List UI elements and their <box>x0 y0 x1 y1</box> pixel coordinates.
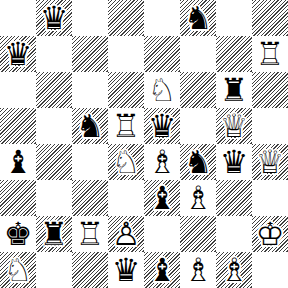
black-knight-icon: ♞ <box>72 108 108 144</box>
square-h7[interactable]: ♜♖ <box>252 36 288 72</box>
square-d2[interactable]: ♟♙ <box>108 216 144 252</box>
square-d7[interactable] <box>108 36 144 72</box>
black-queen-icon: ♛ <box>216 144 252 180</box>
chess-board: ♛♛♞♞♛♛♜♖♞♘♜♜♞♞♜♖♛♛♛♕♝♝♞♘♝♗♞♞♛♛♛♕♝♝♝♗♚♚♜♜… <box>0 0 288 288</box>
square-b4[interactable] <box>36 144 72 180</box>
square-a8[interactable] <box>0 0 36 36</box>
square-c1[interactable] <box>72 252 108 288</box>
white-bishop-icon: ♗ <box>144 144 180 180</box>
square-e5[interactable]: ♛♛ <box>144 108 180 144</box>
square-f4[interactable]: ♞♞ <box>180 144 216 180</box>
black-queen-icon: ♛ <box>108 252 144 288</box>
white-queen-icon: ♕ <box>216 108 252 144</box>
square-d1[interactable]: ♛♛ <box>108 252 144 288</box>
square-a4[interactable]: ♝♝ <box>0 144 36 180</box>
square-h1[interactable] <box>252 252 288 288</box>
white-knight-icon: ♘ <box>0 252 36 288</box>
square-b8[interactable]: ♛♛ <box>36 0 72 36</box>
square-d8[interactable] <box>108 0 144 36</box>
black-bishop-icon: ♝ <box>144 180 180 216</box>
square-f3[interactable]: ♝♗ <box>180 180 216 216</box>
square-a1[interactable]: ♞♘ <box>0 252 36 288</box>
square-a2[interactable]: ♚♚ <box>0 216 36 252</box>
square-b6[interactable] <box>36 72 72 108</box>
square-g1[interactable]: ♝♗ <box>216 252 252 288</box>
white-queen-icon: ♕ <box>252 144 288 180</box>
square-h5[interactable] <box>252 108 288 144</box>
square-h2[interactable]: ♚♔ <box>252 216 288 252</box>
white-knight-icon: ♘ <box>108 144 144 180</box>
square-h4[interactable]: ♛♕ <box>252 144 288 180</box>
white-bishop-icon: ♗ <box>180 180 216 216</box>
square-c8[interactable] <box>72 0 108 36</box>
square-g4[interactable]: ♛♛ <box>216 144 252 180</box>
square-a5[interactable] <box>0 108 36 144</box>
square-b2[interactable]: ♜♜ <box>36 216 72 252</box>
square-e8[interactable] <box>144 0 180 36</box>
square-g6[interactable]: ♜♜ <box>216 72 252 108</box>
square-d3[interactable] <box>108 180 144 216</box>
black-knight-icon: ♞ <box>180 144 216 180</box>
square-f5[interactable] <box>180 108 216 144</box>
square-c3[interactable] <box>72 180 108 216</box>
square-g7[interactable] <box>216 36 252 72</box>
square-b1[interactable] <box>36 252 72 288</box>
square-a6[interactable] <box>0 72 36 108</box>
square-g2[interactable] <box>216 216 252 252</box>
square-g8[interactable] <box>216 0 252 36</box>
square-f8[interactable]: ♞♞ <box>180 0 216 36</box>
square-d5[interactable]: ♜♖ <box>108 108 144 144</box>
square-h8[interactable] <box>252 0 288 36</box>
square-a7[interactable]: ♛♛ <box>0 36 36 72</box>
square-c5[interactable]: ♞♞ <box>72 108 108 144</box>
square-e2[interactable] <box>144 216 180 252</box>
black-rook-icon: ♜ <box>216 72 252 108</box>
square-e7[interactable] <box>144 36 180 72</box>
square-d4[interactable]: ♞♘ <box>108 144 144 180</box>
square-f7[interactable] <box>180 36 216 72</box>
square-c7[interactable] <box>72 36 108 72</box>
square-e3[interactable]: ♝♝ <box>144 180 180 216</box>
square-f2[interactable] <box>180 216 216 252</box>
white-pawn-icon: ♙ <box>108 216 144 252</box>
square-h3[interactable] <box>252 180 288 216</box>
square-c2[interactable]: ♜♖ <box>72 216 108 252</box>
black-king-icon: ♚ <box>0 216 36 252</box>
black-rook-icon: ♜ <box>36 216 72 252</box>
black-queen-icon: ♛ <box>36 0 72 36</box>
white-knight-icon: ♘ <box>144 72 180 108</box>
square-e1[interactable]: ♝♝ <box>144 252 180 288</box>
square-g3[interactable] <box>216 180 252 216</box>
square-c4[interactable] <box>72 144 108 180</box>
white-bishop-icon: ♗ <box>180 252 216 288</box>
square-c6[interactable] <box>72 72 108 108</box>
square-e4[interactable]: ♝♗ <box>144 144 180 180</box>
square-f6[interactable] <box>180 72 216 108</box>
square-h6[interactable] <box>252 72 288 108</box>
square-b7[interactable] <box>36 36 72 72</box>
square-e6[interactable]: ♞♘ <box>144 72 180 108</box>
white-rook-icon: ♖ <box>108 108 144 144</box>
square-b3[interactable] <box>36 180 72 216</box>
black-knight-icon: ♞ <box>180 0 216 36</box>
square-f1[interactable]: ♝♗ <box>180 252 216 288</box>
black-queen-icon: ♛ <box>0 36 36 72</box>
white-bishop-icon: ♗ <box>216 252 252 288</box>
black-queen-icon: ♛ <box>144 108 180 144</box>
square-d6[interactable] <box>108 72 144 108</box>
black-bishop-icon: ♝ <box>144 252 180 288</box>
white-rook-icon: ♖ <box>72 216 108 252</box>
square-b5[interactable] <box>36 108 72 144</box>
white-rook-icon: ♖ <box>252 36 288 72</box>
white-king-icon: ♔ <box>252 216 288 252</box>
black-bishop-icon: ♝ <box>0 144 36 180</box>
square-g5[interactable]: ♛♕ <box>216 108 252 144</box>
square-a3[interactable] <box>0 180 36 216</box>
